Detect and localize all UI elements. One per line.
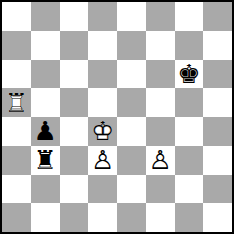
square-b2[interactable] <box>31 175 60 204</box>
white-rook-a5[interactable]: ♜♖ <box>2 88 31 117</box>
square-d3[interactable]: ♟♙ <box>88 146 117 175</box>
square-e5[interactable] <box>117 88 146 117</box>
square-f1[interactable] <box>146 203 175 232</box>
square-b5[interactable] <box>31 88 60 117</box>
square-h7[interactable] <box>203 31 232 60</box>
white-pawn-d3[interactable]: ♟♙ <box>88 146 117 175</box>
white-piece-outline-glyph: ♔ <box>88 117 117 146</box>
black-piece-glyph: ♟ <box>31 117 60 146</box>
square-f3[interactable]: ♟♙ <box>146 146 175 175</box>
square-h2[interactable] <box>203 175 232 204</box>
square-h4[interactable] <box>203 117 232 146</box>
square-c8[interactable] <box>60 2 89 31</box>
square-h8[interactable] <box>203 2 232 31</box>
square-h6[interactable] <box>203 60 232 89</box>
square-c6[interactable] <box>60 60 89 89</box>
square-f4[interactable] <box>146 117 175 146</box>
square-g3[interactable] <box>175 146 204 175</box>
square-d8[interactable] <box>88 2 117 31</box>
chess-board: ♚♜♖♟♚♔♜♟♙♟♙ <box>0 0 234 234</box>
square-a3[interactable] <box>2 146 31 175</box>
square-e1[interactable] <box>117 203 146 232</box>
square-a1[interactable] <box>2 203 31 232</box>
square-b4[interactable]: ♟ <box>31 117 60 146</box>
square-b3[interactable]: ♜ <box>31 146 60 175</box>
square-a5[interactable]: ♜♖ <box>2 88 31 117</box>
black-piece-glyph: ♜ <box>31 146 60 175</box>
white-piece-outline-glyph: ♙ <box>88 146 117 175</box>
black-king-g6[interactable]: ♚ <box>175 60 204 89</box>
square-a8[interactable] <box>2 2 31 31</box>
square-f8[interactable] <box>146 2 175 31</box>
white-king-d4[interactable]: ♚♔ <box>88 117 117 146</box>
square-b1[interactable] <box>31 203 60 232</box>
square-g8[interactable] <box>175 2 204 31</box>
black-rook-b3[interactable]: ♜ <box>31 146 60 175</box>
square-f5[interactable] <box>146 88 175 117</box>
white-pawn-f3[interactable]: ♟♙ <box>146 146 175 175</box>
black-piece-glyph: ♚ <box>175 60 204 89</box>
square-f7[interactable] <box>146 31 175 60</box>
square-d2[interactable] <box>88 175 117 204</box>
square-g7[interactable] <box>175 31 204 60</box>
square-a4[interactable] <box>2 117 31 146</box>
square-g2[interactable] <box>175 175 204 204</box>
square-g5[interactable] <box>175 88 204 117</box>
square-e6[interactable] <box>117 60 146 89</box>
chess-diagram: ♚♜♖♟♚♔♜♟♙♟♙ <box>0 0 234 234</box>
square-h3[interactable] <box>203 146 232 175</box>
square-c1[interactable] <box>60 203 89 232</box>
square-g1[interactable] <box>175 203 204 232</box>
square-e7[interactable] <box>117 31 146 60</box>
square-a7[interactable] <box>2 31 31 60</box>
square-b7[interactable] <box>31 31 60 60</box>
square-b8[interactable] <box>31 2 60 31</box>
square-b6[interactable] <box>31 60 60 89</box>
black-pawn-b4[interactable]: ♟ <box>31 117 60 146</box>
square-g4[interactable] <box>175 117 204 146</box>
square-f2[interactable] <box>146 175 175 204</box>
square-h5[interactable] <box>203 88 232 117</box>
square-f6[interactable] <box>146 60 175 89</box>
square-e4[interactable] <box>117 117 146 146</box>
square-c7[interactable] <box>60 31 89 60</box>
square-c3[interactable] <box>60 146 89 175</box>
square-c4[interactable] <box>60 117 89 146</box>
square-d1[interactable] <box>88 203 117 232</box>
square-d6[interactable] <box>88 60 117 89</box>
white-piece-outline-glyph: ♖ <box>2 88 31 117</box>
square-g6[interactable]: ♚ <box>175 60 204 89</box>
square-c5[interactable] <box>60 88 89 117</box>
square-e8[interactable] <box>117 2 146 31</box>
square-c2[interactable] <box>60 175 89 204</box>
square-a6[interactable] <box>2 60 31 89</box>
square-e3[interactable] <box>117 146 146 175</box>
square-e2[interactable] <box>117 175 146 204</box>
square-d5[interactable] <box>88 88 117 117</box>
square-h1[interactable] <box>203 203 232 232</box>
square-d7[interactable] <box>88 31 117 60</box>
white-piece-outline-glyph: ♙ <box>146 146 175 175</box>
square-a2[interactable] <box>2 175 31 204</box>
square-d4[interactable]: ♚♔ <box>88 117 117 146</box>
